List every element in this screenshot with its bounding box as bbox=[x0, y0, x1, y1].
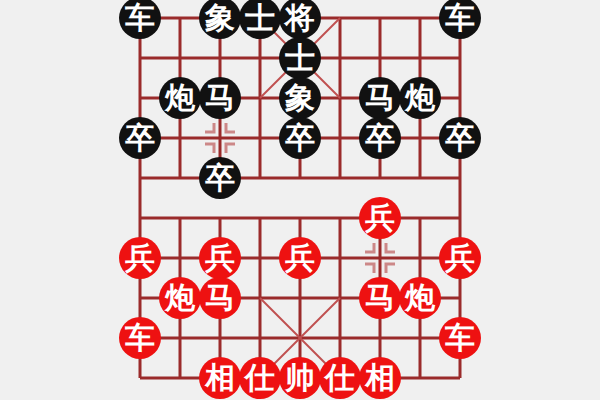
piece-red-elephant[interactable]: 相 bbox=[359, 357, 401, 399]
piece-black-advisor[interactable]: 士 bbox=[239, 0, 281, 39]
piece-black-horse[interactable]: 马 bbox=[359, 77, 401, 119]
piece-red-cannon[interactable]: 炮 bbox=[159, 277, 201, 319]
piece-red-king[interactable]: 帅 bbox=[279, 357, 321, 399]
piece-black-horse[interactable]: 马 bbox=[199, 77, 241, 119]
piece-red-chariot[interactable]: 车 bbox=[439, 317, 481, 359]
piece-black-king[interactable]: 将 bbox=[279, 0, 321, 39]
piece-black-elephant[interactable]: 象 bbox=[199, 0, 241, 39]
piece-red-soldier[interactable]: 兵 bbox=[439, 237, 481, 279]
piece-red-horse[interactable]: 马 bbox=[199, 277, 241, 319]
piece-red-horse[interactable]: 马 bbox=[359, 277, 401, 319]
piece-black-soldier[interactable]: 卒 bbox=[119, 117, 161, 159]
piece-black-soldier[interactable]: 卒 bbox=[199, 157, 241, 199]
piece-red-soldier[interactable]: 兵 bbox=[119, 237, 161, 279]
piece-red-soldier[interactable]: 兵 bbox=[359, 197, 401, 239]
piece-black-soldier[interactable]: 卒 bbox=[359, 117, 401, 159]
piece-black-chariot[interactable]: 车 bbox=[119, 0, 161, 39]
piece-black-soldier[interactable]: 卒 bbox=[279, 117, 321, 159]
piece-red-elephant[interactable]: 相 bbox=[199, 357, 241, 399]
piece-red-advisor[interactable]: 仕 bbox=[319, 357, 361, 399]
piece-black-chariot[interactable]: 车 bbox=[439, 0, 481, 39]
piece-red-chariot[interactable]: 车 bbox=[119, 317, 161, 359]
piece-black-advisor[interactable]: 士 bbox=[279, 37, 321, 79]
piece-black-elephant[interactable]: 象 bbox=[279, 77, 321, 119]
piece-black-soldier[interactable]: 卒 bbox=[439, 117, 481, 159]
piece-red-soldier[interactable]: 兵 bbox=[199, 237, 241, 279]
pieces-layer: 车象士将车士炮马象马炮卒卒卒卒卒兵兵兵兵兵炮马马炮车车相仕帅仕相 bbox=[120, 0, 480, 398]
piece-red-soldier[interactable]: 兵 bbox=[279, 237, 321, 279]
piece-red-advisor[interactable]: 仕 bbox=[239, 357, 281, 399]
piece-red-cannon[interactable]: 炮 bbox=[399, 277, 441, 319]
piece-black-cannon[interactable]: 炮 bbox=[399, 77, 441, 119]
piece-black-cannon[interactable]: 炮 bbox=[159, 77, 201, 119]
xiangqi-board: 车象士将车士炮马象马炮卒卒卒卒卒兵兵兵兵兵炮马马炮车车相仕帅仕相 bbox=[0, 0, 600, 400]
